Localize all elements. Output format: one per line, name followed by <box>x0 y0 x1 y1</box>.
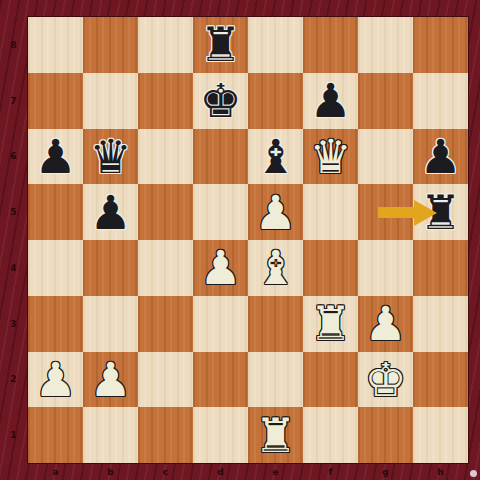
square-e5[interactable]: ♟ <box>248 184 303 240</box>
rank-label-6: 6 <box>0 129 27 185</box>
piece-black-pawn[interactable]: ♟ <box>309 77 351 124</box>
rank-label-8: 8 <box>0 17 27 73</box>
square-g7[interactable] <box>358 73 413 129</box>
square-e4[interactable]: ♝ <box>248 240 303 296</box>
square-c4[interactable] <box>138 240 193 296</box>
chessboard-frame: ♜♚♟♟♛♝♛♟♟♟♜♟♝♜♟♟♟♚♜ 87654321 abcdefgh <box>0 0 480 480</box>
piece-black-queen[interactable]: ♛ <box>89 133 131 180</box>
square-e8[interactable] <box>248 17 303 73</box>
square-b3[interactable] <box>83 296 138 352</box>
square-b1[interactable] <box>83 407 138 463</box>
move-arrow-head <box>414 200 437 226</box>
square-e7[interactable] <box>248 73 303 129</box>
piece-black-rook[interactable]: ♜ <box>199 21 241 68</box>
square-c6[interactable] <box>138 129 193 185</box>
square-f5[interactable] <box>303 184 358 240</box>
square-c1[interactable] <box>138 407 193 463</box>
square-h8[interactable] <box>413 17 468 73</box>
square-e3[interactable] <box>248 296 303 352</box>
square-b4[interactable] <box>83 240 138 296</box>
square-f1[interactable] <box>303 407 358 463</box>
square-a4[interactable] <box>28 240 83 296</box>
square-e6[interactable]: ♝ <box>248 129 303 185</box>
rank-label-5: 5 <box>0 184 27 240</box>
square-h3[interactable] <box>413 296 468 352</box>
file-label-h: h <box>413 463 468 480</box>
square-d1[interactable] <box>193 407 248 463</box>
chess-board: ♜♚♟♟♛♝♛♟♟♟♜♟♝♜♟♟♟♚♜ <box>28 17 468 463</box>
piece-white-queen[interactable]: ♛ <box>309 133 351 180</box>
piece-white-pawn[interactable]: ♟ <box>199 244 241 291</box>
square-a3[interactable] <box>28 296 83 352</box>
square-g4[interactable] <box>358 240 413 296</box>
file-label-a: a <box>28 463 83 480</box>
square-d7[interactable]: ♚ <box>193 73 248 129</box>
piece-white-rook[interactable]: ♜ <box>254 412 296 459</box>
piece-white-pawn[interactable]: ♟ <box>89 356 131 403</box>
square-g3[interactable]: ♟ <box>358 296 413 352</box>
square-a2[interactable]: ♟ <box>28 352 83 408</box>
square-c5[interactable] <box>138 184 193 240</box>
square-c3[interactable] <box>138 296 193 352</box>
piece-white-rook[interactable]: ♜ <box>309 300 351 347</box>
square-a8[interactable] <box>28 17 83 73</box>
rank-label-7: 7 <box>0 73 27 129</box>
square-h2[interactable] <box>413 352 468 408</box>
square-d5[interactable] <box>193 184 248 240</box>
file-label-f: f <box>303 463 358 480</box>
rank-label-4: 4 <box>0 240 27 296</box>
file-label-e: e <box>248 463 303 480</box>
square-e1[interactable]: ♜ <box>248 407 303 463</box>
rank-label-2: 2 <box>0 352 27 408</box>
file-label-g: g <box>358 463 413 480</box>
piece-black-pawn[interactable]: ♟ <box>419 133 461 180</box>
piece-white-pawn[interactable]: ♟ <box>34 356 76 403</box>
piece-black-pawn[interactable]: ♟ <box>34 133 76 180</box>
square-f3[interactable]: ♜ <box>303 296 358 352</box>
square-e2[interactable] <box>248 352 303 408</box>
square-g1[interactable] <box>358 407 413 463</box>
square-h1[interactable] <box>413 407 468 463</box>
piece-white-king[interactable]: ♚ <box>364 356 406 403</box>
square-a1[interactable] <box>28 407 83 463</box>
square-c2[interactable] <box>138 352 193 408</box>
square-d8[interactable]: ♜ <box>193 17 248 73</box>
square-f2[interactable] <box>303 352 358 408</box>
square-h6[interactable]: ♟ <box>413 129 468 185</box>
square-d4[interactable]: ♟ <box>193 240 248 296</box>
piece-black-pawn[interactable]: ♟ <box>89 189 131 236</box>
move-arrow-tail <box>378 207 416 218</box>
square-h4[interactable] <box>413 240 468 296</box>
square-d6[interactable] <box>193 129 248 185</box>
square-f7[interactable]: ♟ <box>303 73 358 129</box>
square-b5[interactable]: ♟ <box>83 184 138 240</box>
piece-white-bishop[interactable]: ♝ <box>254 244 296 291</box>
square-a5[interactable] <box>28 184 83 240</box>
square-g6[interactable] <box>358 129 413 185</box>
square-b7[interactable] <box>83 73 138 129</box>
square-b8[interactable] <box>83 17 138 73</box>
square-a7[interactable] <box>28 73 83 129</box>
square-b6[interactable]: ♛ <box>83 129 138 185</box>
square-c8[interactable] <box>138 17 193 73</box>
piece-white-pawn[interactable]: ♟ <box>254 189 296 236</box>
rank-label-3: 3 <box>0 296 27 352</box>
square-a6[interactable]: ♟ <box>28 129 83 185</box>
square-g2[interactable]: ♚ <box>358 352 413 408</box>
square-f4[interactable] <box>303 240 358 296</box>
square-c7[interactable] <box>138 73 193 129</box>
file-label-c: c <box>138 463 193 480</box>
square-h7[interactable] <box>413 73 468 129</box>
file-label-b: b <box>83 463 138 480</box>
file-label-d: d <box>193 463 248 480</box>
square-f8[interactable] <box>303 17 358 73</box>
piece-white-pawn[interactable]: ♟ <box>364 300 406 347</box>
square-d3[interactable] <box>193 296 248 352</box>
square-b2[interactable]: ♟ <box>83 352 138 408</box>
square-g8[interactable] <box>358 17 413 73</box>
piece-black-king[interactable]: ♚ <box>199 77 241 124</box>
rank-label-1: 1 <box>0 407 27 463</box>
square-d2[interactable] <box>193 352 248 408</box>
corner-dot <box>470 470 477 477</box>
piece-black-bishop[interactable]: ♝ <box>254 133 296 180</box>
square-f6[interactable]: ♛ <box>303 129 358 185</box>
